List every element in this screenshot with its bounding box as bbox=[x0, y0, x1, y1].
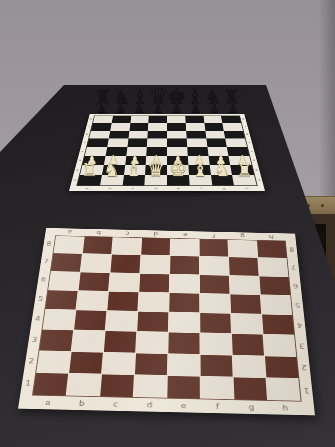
coord-label-right-6: 6 bbox=[245, 132, 250, 137]
square-c7 bbox=[129, 123, 148, 131]
square-f7 bbox=[200, 257, 229, 275]
square-f3 bbox=[200, 333, 231, 354]
square-g6 bbox=[205, 131, 225, 139]
coord-label-right-8: 8 bbox=[286, 241, 298, 259]
square-a2 bbox=[80, 165, 104, 175]
square-g6 bbox=[230, 275, 260, 294]
square-e2 bbox=[167, 165, 189, 175]
square-g2 bbox=[209, 165, 232, 175]
coord-label-right-3: 3 bbox=[295, 335, 308, 356]
square-d8 bbox=[148, 116, 167, 123]
coord-label-bottom-e: e bbox=[171, 187, 186, 190]
square-d5 bbox=[147, 139, 167, 147]
square-a8 bbox=[54, 236, 84, 253]
square-c1 bbox=[122, 175, 145, 185]
coord-label-bottom-f: f bbox=[194, 187, 209, 190]
coord-label-top-d: d bbox=[142, 230, 171, 238]
square-d3 bbox=[146, 156, 167, 165]
square-e8 bbox=[167, 116, 186, 123]
square-d3 bbox=[136, 332, 168, 353]
square-h6 bbox=[259, 276, 290, 295]
square-d2 bbox=[135, 353, 167, 375]
square-g1 bbox=[234, 377, 267, 400]
square-b8 bbox=[83, 237, 113, 254]
square-b6 bbox=[79, 272, 110, 291]
square-f8 bbox=[200, 239, 229, 256]
square-f4 bbox=[187, 147, 208, 156]
square-a3 bbox=[82, 156, 105, 165]
square-b4 bbox=[74, 310, 106, 330]
coord-label-bottom-g: g bbox=[234, 400, 269, 414]
square-c5 bbox=[107, 291, 138, 310]
square-c2 bbox=[102, 352, 135, 374]
square-e3 bbox=[167, 156, 188, 165]
coord-label-bottom-c: c bbox=[125, 187, 140, 190]
coord-label-bottom-b: b bbox=[102, 187, 118, 190]
coord-label-top-a: a bbox=[55, 228, 85, 236]
square-d1 bbox=[145, 175, 167, 185]
coord-label-top-f: f bbox=[199, 231, 228, 239]
square-b5 bbox=[107, 139, 128, 147]
far-board-bottom-coordinates: abcdefgh bbox=[75, 186, 259, 191]
square-c8 bbox=[112, 237, 141, 254]
square-f4 bbox=[200, 313, 231, 333]
coord-label-right-1: 1 bbox=[299, 379, 313, 402]
square-e1 bbox=[167, 376, 200, 399]
coord-label-bottom-h: h bbox=[239, 187, 255, 190]
square-h1 bbox=[232, 175, 256, 185]
coord-label-top-g: g bbox=[228, 232, 257, 240]
coord-label-bottom-h: h bbox=[268, 401, 303, 415]
square-b4 bbox=[105, 147, 127, 156]
coord-label-right-8: 8 bbox=[241, 117, 245, 122]
coord-label-top-c: c bbox=[113, 229, 142, 237]
coord-label-bottom-b: b bbox=[64, 396, 99, 410]
square-h4 bbox=[227, 147, 249, 156]
square-a4 bbox=[43, 310, 76, 330]
square-g3 bbox=[208, 156, 230, 165]
square-h5 bbox=[225, 139, 247, 147]
square-d6 bbox=[148, 131, 167, 139]
square-g8 bbox=[203, 116, 222, 123]
square-b1 bbox=[67, 373, 101, 396]
square-f7 bbox=[186, 123, 205, 131]
coord-label-bottom-c: c bbox=[98, 397, 133, 411]
square-b6 bbox=[109, 131, 129, 139]
square-e3 bbox=[168, 333, 199, 354]
coord-label-right-5: 5 bbox=[247, 140, 252, 146]
square-g4 bbox=[207, 147, 229, 156]
near-board-grid bbox=[32, 235, 302, 401]
square-c2 bbox=[124, 165, 146, 175]
coord-label-right-5: 5 bbox=[291, 295, 304, 315]
square-e8 bbox=[170, 239, 198, 256]
photo-scene: 87654321 87654321 abcdefgh abcdefgh 8765… bbox=[0, 0, 335, 447]
square-d4 bbox=[137, 312, 168, 332]
square-h3 bbox=[229, 156, 252, 165]
coord-label-bottom-d: d bbox=[148, 187, 163, 190]
square-e7 bbox=[167, 123, 186, 131]
coord-label-right-3: 3 bbox=[251, 157, 256, 163]
square-b7 bbox=[81, 254, 111, 272]
coord-label-right-2: 2 bbox=[297, 356, 311, 378]
coord-label-top-b: b bbox=[84, 229, 113, 237]
square-e1 bbox=[167, 175, 189, 185]
square-g8 bbox=[228, 240, 257, 257]
square-f2 bbox=[201, 354, 233, 376]
square-c3 bbox=[104, 331, 136, 352]
square-g5 bbox=[230, 294, 261, 314]
square-e6 bbox=[167, 131, 186, 139]
square-a5 bbox=[87, 139, 109, 147]
square-g2 bbox=[233, 355, 266, 377]
square-g1 bbox=[210, 175, 234, 185]
square-b3 bbox=[104, 156, 126, 165]
square-c5 bbox=[127, 139, 148, 147]
square-b2 bbox=[102, 165, 125, 175]
coord-label-bottom-g: g bbox=[216, 187, 232, 190]
square-h6 bbox=[224, 131, 245, 139]
square-f2 bbox=[188, 165, 210, 175]
square-a2 bbox=[36, 351, 70, 373]
square-h3 bbox=[264, 335, 297, 356]
square-a7 bbox=[51, 253, 82, 271]
square-e5 bbox=[167, 139, 187, 147]
square-c6 bbox=[128, 131, 148, 139]
square-a7 bbox=[91, 123, 111, 131]
square-h5 bbox=[261, 295, 292, 315]
wall-corner-shadow bbox=[319, 0, 335, 200]
square-b5 bbox=[76, 291, 108, 310]
coord-label-right-2: 2 bbox=[254, 167, 259, 174]
square-c8 bbox=[130, 116, 149, 123]
square-c4 bbox=[106, 311, 138, 331]
square-g5 bbox=[206, 139, 227, 147]
square-e4 bbox=[167, 147, 188, 156]
square-a8 bbox=[93, 116, 113, 123]
square-c1 bbox=[100, 374, 134, 397]
square-f5 bbox=[200, 294, 230, 313]
square-h8 bbox=[221, 116, 241, 123]
square-d7 bbox=[148, 123, 167, 131]
square-f1 bbox=[201, 376, 234, 399]
square-a6 bbox=[48, 271, 80, 290]
coord-label-bottom-e: e bbox=[167, 399, 201, 413]
square-d8 bbox=[141, 238, 170, 255]
square-e6 bbox=[170, 274, 199, 293]
square-b3 bbox=[72, 330, 105, 351]
square-f6 bbox=[186, 131, 206, 139]
coord-label-right-7: 7 bbox=[243, 124, 248, 129]
coord-label-top-e: e bbox=[170, 231, 199, 239]
square-h7 bbox=[223, 123, 243, 131]
coord-label-bottom-a: a bbox=[79, 187, 95, 190]
coord-label-bottom-a: a bbox=[30, 396, 66, 410]
square-d6 bbox=[139, 273, 169, 292]
square-h2 bbox=[230, 165, 254, 175]
square-h1 bbox=[266, 378, 300, 401]
coord-label-right-4: 4 bbox=[293, 315, 306, 336]
square-a5 bbox=[45, 290, 77, 309]
square-d7 bbox=[140, 255, 169, 273]
far-chessboard: 87654321 87654321 abcdefgh bbox=[69, 114, 265, 191]
square-b1 bbox=[100, 175, 124, 185]
square-b7 bbox=[110, 123, 130, 131]
square-c6 bbox=[109, 273, 139, 292]
square-e5 bbox=[169, 293, 199, 312]
square-a4 bbox=[85, 147, 107, 156]
square-a1 bbox=[77, 175, 101, 185]
square-h4 bbox=[262, 314, 294, 334]
coord-label-right-4: 4 bbox=[249, 148, 254, 154]
square-g3 bbox=[232, 334, 264, 355]
square-f8 bbox=[185, 116, 204, 123]
square-d5 bbox=[138, 292, 168, 311]
skirting-hole bbox=[321, 204, 324, 207]
square-h8 bbox=[257, 241, 287, 258]
square-c4 bbox=[126, 147, 147, 156]
square-d2 bbox=[145, 165, 167, 175]
coord-label-bottom-f: f bbox=[201, 399, 235, 413]
square-e2 bbox=[168, 354, 200, 376]
square-f5 bbox=[186, 139, 207, 147]
far-board-grid bbox=[76, 116, 257, 186]
square-h2 bbox=[265, 356, 298, 378]
square-a3 bbox=[40, 330, 74, 351]
square-g4 bbox=[231, 314, 262, 334]
coord-label-right-7: 7 bbox=[287, 258, 299, 276]
square-f6 bbox=[200, 275, 230, 294]
square-f3 bbox=[188, 156, 210, 165]
square-g7 bbox=[204, 123, 224, 131]
square-d1 bbox=[134, 375, 167, 398]
square-a1 bbox=[33, 373, 68, 396]
square-h7 bbox=[258, 258, 288, 276]
square-d4 bbox=[146, 147, 167, 156]
near-chessboard: abcdefgh 87654321 87654321 abcdefgh bbox=[18, 228, 315, 415]
square-f1 bbox=[189, 175, 212, 185]
square-c3 bbox=[125, 156, 147, 165]
square-c7 bbox=[111, 255, 141, 273]
coord-label-right-6: 6 bbox=[289, 276, 302, 295]
square-e4 bbox=[169, 312, 200, 332]
square-b2 bbox=[69, 352, 103, 374]
square-a6 bbox=[89, 131, 110, 139]
coord-label-top-h: h bbox=[256, 233, 285, 241]
coord-label-bottom-d: d bbox=[132, 398, 166, 412]
coord-label-right-1: 1 bbox=[256, 177, 262, 184]
square-g7 bbox=[229, 257, 259, 275]
square-e7 bbox=[170, 256, 199, 274]
square-b8 bbox=[111, 116, 130, 123]
